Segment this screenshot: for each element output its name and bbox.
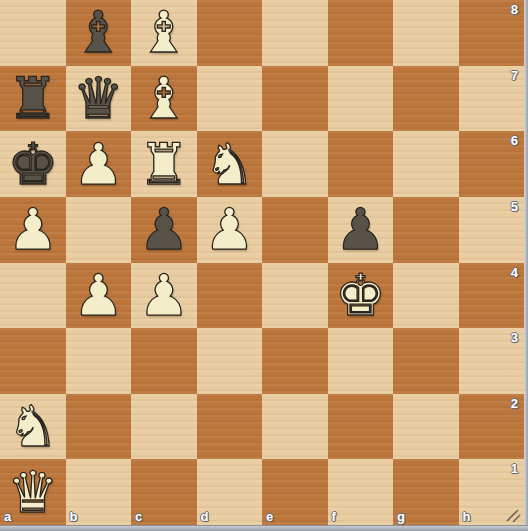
square-c4[interactable]: ♟	[131, 263, 197, 329]
white-knight[interactable]: ♞	[7, 398, 58, 455]
white-pawn[interactable]: ♟	[138, 267, 189, 324]
square-e8[interactable]	[262, 0, 328, 66]
file-label-b: b	[70, 509, 78, 524]
square-a3[interactable]	[0, 328, 66, 394]
square-g5[interactable]	[393, 197, 459, 263]
white-pawn[interactable]: ♟	[73, 136, 124, 193]
square-b5[interactable]	[66, 197, 132, 263]
square-e2[interactable]	[262, 394, 328, 460]
square-h2[interactable]: 2	[459, 394, 525, 460]
square-b6[interactable]: ♟	[66, 131, 132, 197]
square-f1[interactable]: f	[328, 459, 394, 525]
square-c7[interactable]: ♝	[131, 66, 197, 132]
board-edge-bottom	[0, 525, 528, 531]
rank-label-2: 2	[511, 396, 518, 411]
square-a7[interactable]: ♜	[0, 66, 66, 132]
square-b7[interactable]: ♛	[66, 66, 132, 132]
square-g1[interactable]: g	[393, 459, 459, 525]
square-g7[interactable]	[393, 66, 459, 132]
square-a6[interactable]: ♚	[0, 131, 66, 197]
square-f5[interactable]: ♟	[328, 197, 394, 263]
square-f2[interactable]	[328, 394, 394, 460]
square-d3[interactable]	[197, 328, 263, 394]
black-pawn[interactable]: ♟	[138, 201, 189, 258]
white-pawn[interactable]: ♟	[7, 201, 58, 258]
square-d5[interactable]: ♟	[197, 197, 263, 263]
square-c3[interactable]	[131, 328, 197, 394]
square-f7[interactable]	[328, 66, 394, 132]
square-c1[interactable]: c	[131, 459, 197, 525]
black-rook[interactable]: ♜	[7, 70, 58, 127]
square-e4[interactable]	[262, 263, 328, 329]
square-f3[interactable]	[328, 328, 394, 394]
square-e1[interactable]: e	[262, 459, 328, 525]
square-f4[interactable]: ♚	[328, 263, 394, 329]
square-a4[interactable]	[0, 263, 66, 329]
black-pawn[interactable]: ♟	[335, 201, 386, 258]
square-b2[interactable]	[66, 394, 132, 460]
white-pawn[interactable]: ♟	[204, 201, 255, 258]
file-label-e: e	[266, 509, 273, 524]
square-c8[interactable]: ♝	[131, 0, 197, 66]
square-d2[interactable]	[197, 394, 263, 460]
square-g6[interactable]	[393, 131, 459, 197]
rank-label-5: 5	[511, 199, 518, 214]
square-b1[interactable]: b	[66, 459, 132, 525]
file-label-h: h	[463, 509, 471, 524]
file-label-c: c	[135, 509, 142, 524]
square-a2[interactable]: ♞	[0, 394, 66, 460]
square-h5[interactable]: 5	[459, 197, 525, 263]
black-queen[interactable]: ♛	[73, 70, 124, 127]
rank-label-4: 4	[511, 265, 518, 280]
square-h7[interactable]: 7	[459, 66, 525, 132]
white-bishop[interactable]: ♝	[138, 70, 189, 127]
square-f6[interactable]	[328, 131, 394, 197]
white-pawn[interactable]: ♟	[73, 267, 124, 324]
square-a5[interactable]: ♟	[0, 197, 66, 263]
square-b4[interactable]: ♟	[66, 263, 132, 329]
white-bishop[interactable]: ♝	[138, 4, 189, 61]
white-queen[interactable]: ♛	[7, 464, 58, 521]
resize-grip-icon[interactable]	[504, 507, 522, 523]
file-label-f: f	[332, 509, 336, 524]
square-c5[interactable]: ♟	[131, 197, 197, 263]
square-c6[interactable]: ♜	[131, 131, 197, 197]
square-h8[interactable]: 8	[459, 0, 525, 66]
square-a1[interactable]: a♛	[0, 459, 66, 525]
white-rook[interactable]: ♜	[138, 136, 189, 193]
square-f8[interactable]	[328, 0, 394, 66]
rank-label-7: 7	[511, 68, 518, 83]
square-c2[interactable]	[131, 394, 197, 460]
square-h6[interactable]: 6	[459, 131, 525, 197]
square-g8[interactable]	[393, 0, 459, 66]
square-g4[interactable]	[393, 263, 459, 329]
square-d1[interactable]: d	[197, 459, 263, 525]
square-d7[interactable]	[197, 66, 263, 132]
square-g2[interactable]	[393, 394, 459, 460]
rank-label-8: 8	[511, 2, 518, 17]
board-edge-right	[524, 0, 528, 531]
square-d4[interactable]	[197, 263, 263, 329]
square-h4[interactable]: 4	[459, 263, 525, 329]
square-b8[interactable]: ♝	[66, 0, 132, 66]
square-d8[interactable]	[197, 0, 263, 66]
rank-label-6: 6	[511, 133, 518, 148]
square-g3[interactable]	[393, 328, 459, 394]
square-a8[interactable]	[0, 0, 66, 66]
square-e5[interactable]	[262, 197, 328, 263]
rank-label-3: 3	[511, 330, 518, 345]
square-h3[interactable]: 3	[459, 328, 525, 394]
file-label-d: d	[201, 509, 209, 524]
white-knight[interactable]: ♞	[204, 136, 255, 193]
black-king[interactable]: ♚	[7, 136, 58, 193]
square-e7[interactable]	[262, 66, 328, 132]
chess-board: ♝♝8♜♛♝7♚♟♜♞6♟♟♟♟5♟♟♚43♞2a♛bcdefg1h	[0, 0, 524, 525]
white-king[interactable]: ♚	[335, 267, 386, 324]
chess-board-widget: ♝♝8♜♛♝7♚♟♜♞6♟♟♟♟5♟♟♚43♞2a♛bcdefg1h	[0, 0, 528, 531]
square-d6[interactable]: ♞	[197, 131, 263, 197]
square-b3[interactable]	[66, 328, 132, 394]
square-e6[interactable]	[262, 131, 328, 197]
rank-label-1: 1	[511, 461, 518, 476]
file-label-g: g	[397, 509, 405, 524]
square-e3[interactable]	[262, 328, 328, 394]
black-bishop[interactable]: ♝	[73, 4, 124, 61]
